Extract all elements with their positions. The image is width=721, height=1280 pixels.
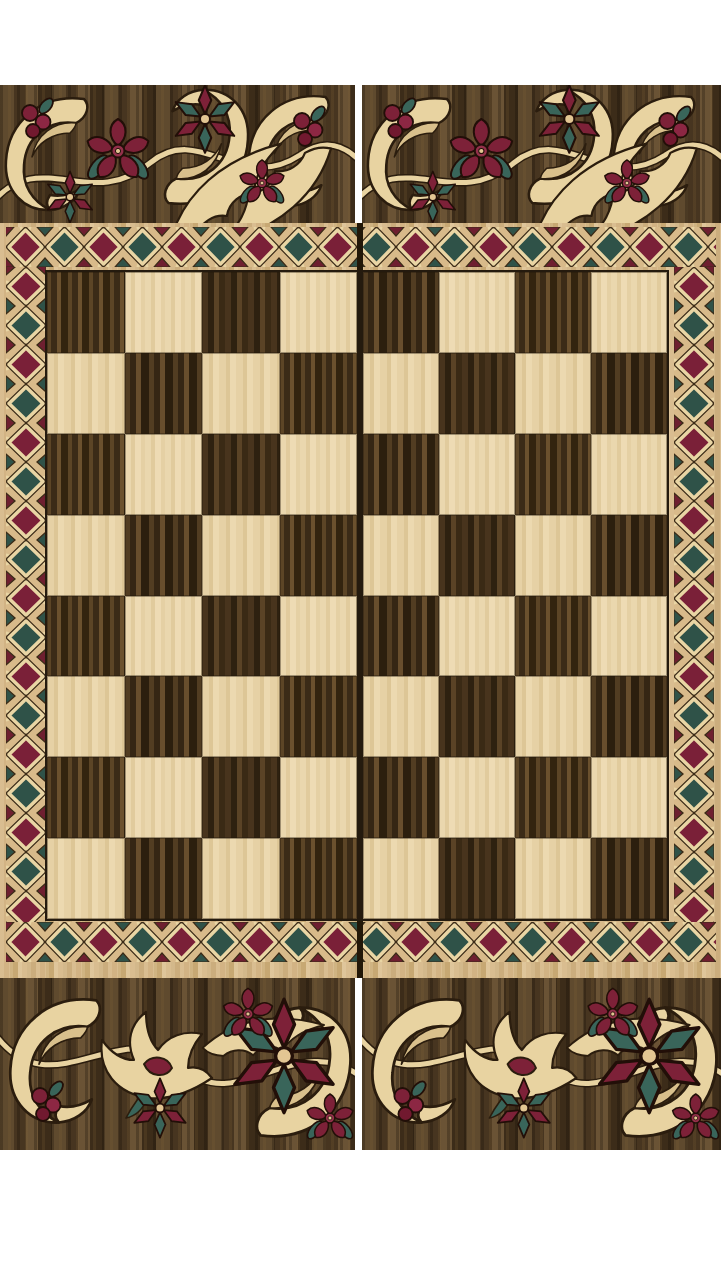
- square-a2: [47, 757, 125, 838]
- square-d8: [280, 272, 358, 353]
- square-f7: [439, 353, 515, 434]
- square-e1: [363, 838, 439, 919]
- square-g4: [515, 596, 591, 677]
- square-c8: [202, 272, 280, 353]
- floral-marquetry-art: [362, 978, 721, 1150]
- square-a4: [47, 596, 125, 677]
- square-h7: [591, 353, 667, 434]
- square-h3: [591, 676, 667, 757]
- square-f5: [439, 515, 515, 596]
- square-b6: [125, 434, 203, 515]
- square-d6: [280, 434, 358, 515]
- square-g5: [515, 515, 591, 596]
- square-h6: [591, 434, 667, 515]
- square-d5: [280, 515, 358, 596]
- folding-board: [0, 85, 721, 1150]
- square-c6: [202, 434, 280, 515]
- square-c5: [202, 515, 280, 596]
- board-half-left: [47, 272, 357, 919]
- floral-marquetry-art: [0, 978, 355, 1150]
- lattice-pattern: [6, 267, 46, 922]
- square-e6: [363, 434, 439, 515]
- square-b4: [125, 596, 203, 677]
- square-e8: [363, 272, 439, 353]
- square-e2: [363, 757, 439, 838]
- square-b7: [125, 353, 203, 434]
- square-g1: [515, 838, 591, 919]
- square-b1: [125, 838, 203, 919]
- square-f8: [439, 272, 515, 353]
- square-d3: [280, 676, 358, 757]
- square-a7: [47, 353, 125, 434]
- top-floral-border-left: [0, 85, 355, 223]
- lattice-pattern: [674, 267, 714, 922]
- square-g7: [515, 353, 591, 434]
- square-c4: [202, 596, 280, 677]
- square-g8: [515, 272, 591, 353]
- square-a1: [47, 838, 125, 919]
- checkerboard: [45, 270, 669, 921]
- board-half-right: [363, 272, 667, 919]
- square-f4: [439, 596, 515, 677]
- square-e7: [363, 353, 439, 434]
- floral-marquetry-art: [362, 85, 721, 223]
- square-h4: [591, 596, 667, 677]
- square-c3: [202, 676, 280, 757]
- square-d7: [280, 353, 358, 434]
- square-h5: [591, 515, 667, 596]
- top-floral-border-right: [362, 85, 721, 223]
- square-b3: [125, 676, 203, 757]
- lattice-border-right: [674, 267, 714, 922]
- square-g6: [515, 434, 591, 515]
- square-f1: [439, 838, 515, 919]
- playing-field: [0, 223, 721, 978]
- square-d4: [280, 596, 358, 677]
- square-b8: [125, 272, 203, 353]
- square-e4: [363, 596, 439, 677]
- square-f2: [439, 757, 515, 838]
- square-c2: [202, 757, 280, 838]
- square-d1: [280, 838, 358, 919]
- square-g3: [515, 676, 591, 757]
- bottom-floral-border-left: [0, 978, 355, 1150]
- square-c7: [202, 353, 280, 434]
- square-f3: [439, 676, 515, 757]
- square-h1: [591, 838, 667, 919]
- bottom-floral-border-right: [362, 978, 721, 1150]
- square-a5: [47, 515, 125, 596]
- square-e5: [363, 515, 439, 596]
- square-f6: [439, 434, 515, 515]
- square-g2: [515, 757, 591, 838]
- square-a8: [47, 272, 125, 353]
- square-b5: [125, 515, 203, 596]
- square-h8: [591, 272, 667, 353]
- square-e3: [363, 676, 439, 757]
- floral-marquetry-art: [0, 85, 355, 223]
- square-c1: [202, 838, 280, 919]
- square-h2: [591, 757, 667, 838]
- board-photo: [0, 0, 721, 1280]
- square-b2: [125, 757, 203, 838]
- square-a6: [47, 434, 125, 515]
- lattice-border-left: [6, 267, 46, 922]
- square-a3: [47, 676, 125, 757]
- square-d2: [280, 757, 358, 838]
